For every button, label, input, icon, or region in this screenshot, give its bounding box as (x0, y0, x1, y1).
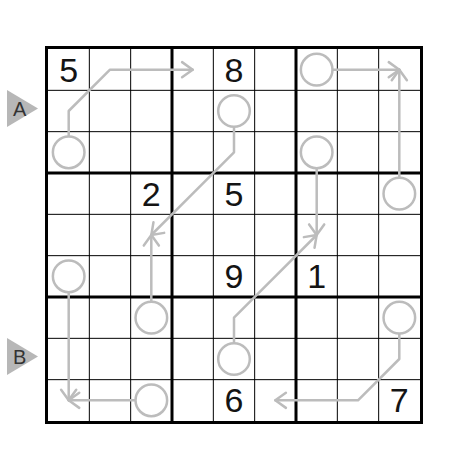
cell-r8c5[interactable] (213, 338, 254, 379)
cell-r2c6[interactable] (255, 90, 296, 131)
cell-r9c1[interactable] (48, 380, 89, 421)
cell-r5c6[interactable] (255, 214, 296, 255)
cell-r2c1[interactable] (48, 90, 89, 131)
cell-r4c4[interactable] (172, 173, 213, 214)
cell-r7c2[interactable] (89, 297, 130, 338)
cell-r4c1[interactable] (48, 173, 89, 214)
cell-r7c5[interactable] (213, 297, 254, 338)
cell-r1c5[interactable]: 8 (213, 49, 254, 90)
cell-r1c3[interactable] (131, 49, 172, 90)
cell-r2c9[interactable] (379, 90, 420, 131)
sudoku-board: 58259167 (45, 46, 423, 424)
cell-r3c5[interactable] (213, 132, 254, 173)
cell-r4c7[interactable] (296, 173, 337, 214)
cell-r5c3[interactable] (131, 214, 172, 255)
cell-r5c9[interactable] (379, 214, 420, 255)
cell-r5c2[interactable] (89, 214, 130, 255)
answer-marker-b: B (7, 338, 38, 375)
cell-r1c9[interactable] (379, 49, 420, 90)
cell-r4c6[interactable] (255, 173, 296, 214)
cell-r5c8[interactable] (337, 214, 378, 255)
marker-b-label: B (13, 347, 26, 367)
given-digit-r1c1: 5 (59, 53, 78, 87)
cell-r9c7[interactable] (296, 380, 337, 421)
cell-r9c4[interactable] (172, 380, 213, 421)
cell-r6c8[interactable] (337, 256, 378, 297)
cell-r3c9[interactable] (379, 132, 420, 173)
cell-r9c2[interactable] (89, 380, 130, 421)
given-digit-r6c7: 1 (307, 259, 326, 293)
cell-r1c7[interactable] (296, 49, 337, 90)
cell-r1c8[interactable] (337, 49, 378, 90)
cell-r8c8[interactable] (337, 338, 378, 379)
cell-r9c8[interactable] (337, 380, 378, 421)
answer-marker-a: A (7, 90, 38, 127)
cell-r9c6[interactable] (255, 380, 296, 421)
cell-r2c4[interactable] (172, 90, 213, 131)
cell-r3c6[interactable] (255, 132, 296, 173)
cell-r9c9[interactable]: 7 (379, 380, 420, 421)
cell-r8c2[interactable] (89, 338, 130, 379)
cell-r4c8[interactable] (337, 173, 378, 214)
cell-r8c4[interactable] (172, 338, 213, 379)
cell-r2c3[interactable] (131, 90, 172, 131)
marker-a-label: A (13, 99, 26, 119)
cell-r2c8[interactable] (337, 90, 378, 131)
given-digit-r9c5: 6 (225, 383, 244, 417)
cell-r7c9[interactable] (379, 297, 420, 338)
cell-r5c7[interactable] (296, 214, 337, 255)
cell-r1c2[interactable] (89, 49, 130, 90)
cell-r7c7[interactable] (296, 297, 337, 338)
cell-r3c2[interactable] (89, 132, 130, 173)
cell-r4c9[interactable] (379, 173, 420, 214)
cell-r7c3[interactable] (131, 297, 172, 338)
cell-r5c5[interactable] (213, 214, 254, 255)
cell-r3c7[interactable] (296, 132, 337, 173)
cell-r3c3[interactable] (131, 132, 172, 173)
cell-r2c2[interactable] (89, 90, 130, 131)
cell-r3c4[interactable] (172, 132, 213, 173)
given-digit-r1c5: 8 (225, 53, 244, 87)
cell-r5c1[interactable] (48, 214, 89, 255)
cell-r7c4[interactable] (172, 297, 213, 338)
cell-r4c5[interactable]: 5 (213, 173, 254, 214)
cell-r2c7[interactable] (296, 90, 337, 131)
cell-r6c3[interactable] (131, 256, 172, 297)
cell-r1c4[interactable] (172, 49, 213, 90)
cell-r1c6[interactable] (255, 49, 296, 90)
arrow-sudoku-puzzle: A B 58259167 (0, 0, 463, 467)
cell-r3c8[interactable] (337, 132, 378, 173)
given-digit-r9c9: 7 (390, 383, 409, 417)
cell-r6c7[interactable]: 1 (296, 256, 337, 297)
cell-r8c6[interactable] (255, 338, 296, 379)
cell-r7c1[interactable] (48, 297, 89, 338)
cell-r4c3[interactable]: 2 (131, 173, 172, 214)
cell-r9c3[interactable] (131, 380, 172, 421)
cell-r6c5[interactable]: 9 (213, 256, 254, 297)
given-digit-r6c5: 9 (225, 259, 244, 293)
cell-r7c8[interactable] (337, 297, 378, 338)
cell-r8c7[interactable] (296, 338, 337, 379)
cell-r1c1[interactable]: 5 (48, 49, 89, 90)
cell-r6c4[interactable] (172, 256, 213, 297)
cell-r7c6[interactable] (255, 297, 296, 338)
cell-r5c4[interactable] (172, 214, 213, 255)
cell-r6c1[interactable] (48, 256, 89, 297)
cell-r6c9[interactable] (379, 256, 420, 297)
given-digit-r4c5: 5 (225, 177, 244, 211)
cell-r9c5[interactable]: 6 (213, 380, 254, 421)
cell-r3c1[interactable] (48, 132, 89, 173)
cell-r6c2[interactable] (89, 256, 130, 297)
cell-r6c6[interactable] (255, 256, 296, 297)
given-digit-r4c3: 2 (142, 177, 161, 211)
cell-r2c5[interactable] (213, 90, 254, 131)
cell-r8c9[interactable] (379, 338, 420, 379)
cell-r4c2[interactable] (89, 173, 130, 214)
cell-r8c3[interactable] (131, 338, 172, 379)
cell-r8c1[interactable] (48, 338, 89, 379)
